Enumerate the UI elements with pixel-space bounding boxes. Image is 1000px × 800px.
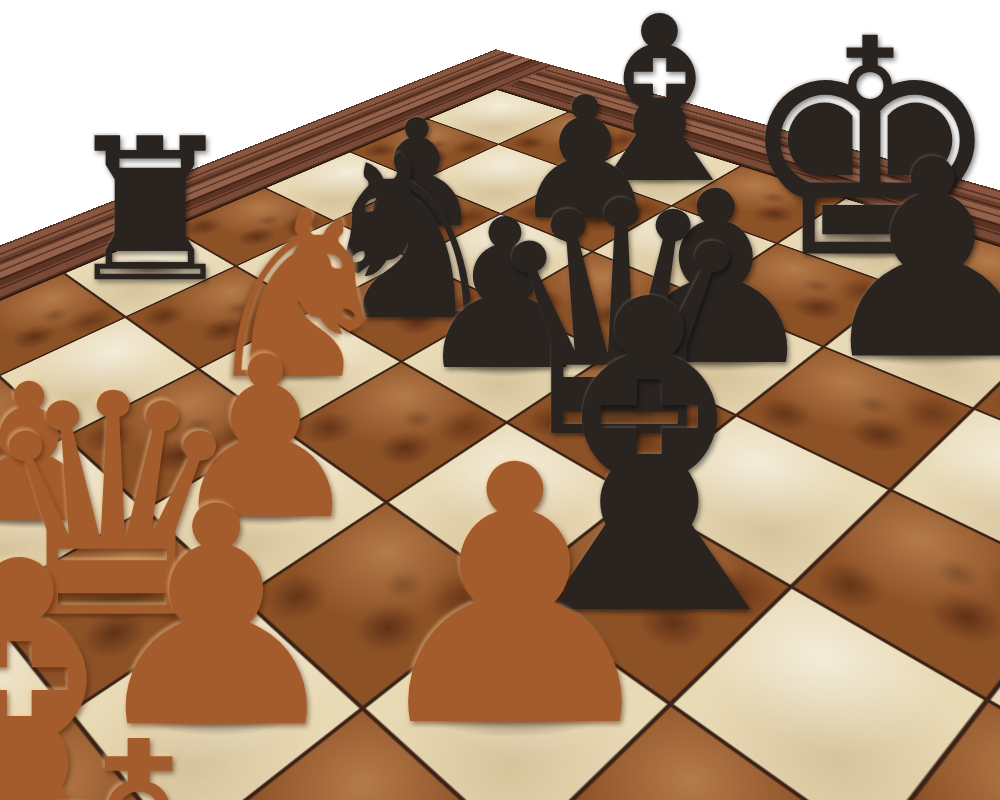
piece-white-pawn-f3: ♟ (355, 420, 675, 776)
chess-photo-scene: ♝♚♟♟♟♟♞♟♛♜♞♝♟♟♟♛♟♝♚ (0, 0, 1000, 800)
piece-white-king-f1: ♚ (0, 688, 331, 800)
